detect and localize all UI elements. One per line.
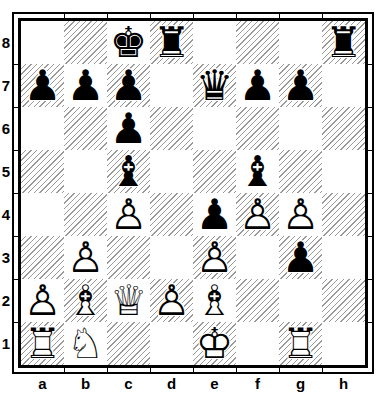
square-c8[interactable]: ♚♚ [107,21,150,64]
square-g7[interactable]: ♟♟ [279,64,322,107]
rank-label-5: 5 [0,150,12,193]
piece-glyph: ♗ [193,279,236,322]
square-g8[interactable] [279,21,322,64]
piece-glyph: ♟ [279,64,322,107]
square-g1[interactable]: ♜♖ [279,322,322,365]
rank-label-3: 3 [0,236,12,279]
piece-bp[interactable]: ♟♟ [64,64,107,107]
piece-glyph: ♜ [150,21,193,64]
piece-wr[interactable]: ♜♖ [21,322,64,365]
border-tick [236,12,237,18]
piece-wp[interactable]: ♟♙ [193,236,236,279]
border-tick [12,279,18,280]
piece-glyph: ♖ [279,322,322,365]
square-h3[interactable] [322,236,365,279]
piece-wp[interactable]: ♟♙ [64,236,107,279]
square-f3[interactable] [236,236,279,279]
square-c4[interactable]: ♟♙ [107,193,150,236]
border-tick [368,236,374,237]
piece-glyph: ♛ [193,64,236,107]
piece-wp[interactable]: ♟♙ [107,193,150,236]
border-tick [193,12,194,18]
square-g6[interactable] [279,107,322,150]
piece-bp[interactable]: ♟♟ [279,236,322,279]
piece-wn[interactable]: ♞♘ [64,322,107,365]
square-d7[interactable] [150,64,193,107]
border-tick [368,279,374,280]
square-f7[interactable]: ♟♟ [236,64,279,107]
piece-wp[interactable]: ♟♙ [21,279,64,322]
square-e6[interactable] [193,107,236,150]
square-f2[interactable] [236,279,279,322]
square-a5[interactable] [21,150,64,193]
piece-bq[interactable]: ♛♛ [193,64,236,107]
piece-glyph: ♚ [107,21,150,64]
border-tick [150,12,151,18]
border-tick [279,12,280,18]
piece-glyph: ♟ [107,107,150,150]
square-f8[interactable] [236,21,279,64]
file-labels: abcdefgh [21,374,365,394]
piece-wq[interactable]: ♛♕ [107,279,150,322]
piece-wp[interactable]: ♟♙ [236,193,279,236]
square-b1[interactable]: ♞♘ [64,322,107,365]
piece-glyph: ♙ [236,193,279,236]
piece-bp[interactable]: ♟♟ [236,64,279,107]
file-label-g: g [279,374,322,394]
square-g4[interactable]: ♟♙ [279,193,322,236]
square-f6[interactable] [236,107,279,150]
square-b4[interactable] [64,193,107,236]
square-c2[interactable]: ♛♕ [107,279,150,322]
piece-glyph: ♔ [193,322,236,365]
border-tick [12,107,18,108]
square-b7[interactable]: ♟♟ [64,64,107,107]
piece-bp[interactable]: ♟♟ [107,64,150,107]
piece-wr[interactable]: ♜♖ [279,322,322,365]
file-label-b: b [64,374,107,394]
square-h6[interactable] [322,107,365,150]
square-e1[interactable]: ♚♔ [193,322,236,365]
border-tick [368,193,374,194]
border-tick [322,12,323,18]
piece-wp[interactable]: ♟♙ [279,193,322,236]
rank-label-8: 8 [0,21,12,64]
rank-label-6: 6 [0,107,12,150]
rank-labels: 87654321 [0,21,12,365]
square-a1[interactable]: ♜♖ [21,322,64,365]
square-d3[interactable] [150,236,193,279]
border-tick [12,64,18,65]
piece-glyph: ♟ [107,64,150,107]
file-label-h: h [322,374,365,394]
piece-wb[interactable]: ♝♗ [193,279,236,322]
piece-bp[interactable]: ♟♟ [193,193,236,236]
square-f5[interactable]: ♝♝ [236,150,279,193]
file-label-e: e [193,374,236,394]
piece-bk[interactable]: ♚♚ [107,21,150,64]
piece-glyph: ♝ [236,150,279,193]
square-c7[interactable]: ♟♟ [107,64,150,107]
piece-glyph: ♙ [64,236,107,279]
border-tick [368,150,374,151]
square-d8[interactable]: ♜♜ [150,21,193,64]
piece-glyph: ♕ [107,279,150,322]
piece-wb[interactable]: ♝♗ [64,279,107,322]
square-b2[interactable]: ♝♗ [64,279,107,322]
square-e2[interactable]: ♝♗ [193,279,236,322]
square-f1[interactable] [236,322,279,365]
square-d5[interactable] [150,150,193,193]
square-h8[interactable]: ♜♜ [322,21,365,64]
border-tick [107,12,108,18]
piece-glyph: ♗ [64,279,107,322]
piece-glyph: ♟ [279,236,322,279]
piece-glyph: ♖ [21,322,64,365]
square-h2[interactable] [322,279,365,322]
piece-glyph: ♝ [107,150,150,193]
square-h5[interactable] [322,150,365,193]
piece-glyph: ♟ [193,193,236,236]
rank-label-7: 7 [0,64,12,107]
square-d2[interactable]: ♟♙ [150,279,193,322]
square-a4[interactable] [21,193,64,236]
square-b5[interactable] [64,150,107,193]
piece-wk[interactable]: ♚♔ [193,322,236,365]
piece-bp[interactable]: ♟♟ [279,64,322,107]
piece-bp[interactable]: ♟♟ [21,64,64,107]
board-grid: ♚♚♜♜♜♜♟♟♟♟♟♟♛♛♟♟♟♟♟♟♝♝♝♝♟♙♟♟♟♙♟♙♟♙♟♙♟♟♟♙… [18,18,368,368]
border-tick [12,236,18,237]
square-e4[interactable]: ♟♟ [193,193,236,236]
square-a3[interactable] [21,236,64,279]
piece-glyph: ♟ [64,64,107,107]
piece-wp[interactable]: ♟♙ [150,279,193,322]
square-c5[interactable]: ♝♝ [107,150,150,193]
square-f4[interactable]: ♟♙ [236,193,279,236]
file-label-c: c [107,374,150,394]
square-c3[interactable] [107,236,150,279]
square-c6[interactable]: ♟♟ [107,107,150,150]
square-e8[interactable] [193,21,236,64]
file-label-a: a [21,374,64,394]
border-tick [368,322,374,323]
piece-bp[interactable]: ♟♟ [107,107,150,150]
file-label-f: f [236,374,279,394]
square-a6[interactable] [21,107,64,150]
border-tick [368,64,374,65]
square-h1[interactable] [322,322,365,365]
piece-glyph: ♙ [279,193,322,236]
rank-label-4: 4 [0,193,12,236]
piece-glyph: ♜ [322,21,365,64]
piece-glyph: ♟ [21,64,64,107]
square-e3[interactable]: ♟♙ [193,236,236,279]
square-d6[interactable] [150,107,193,150]
piece-glyph: ♟ [236,64,279,107]
piece-glyph: ♙ [193,236,236,279]
rank-label-1: 1 [0,322,12,365]
board-frame: ♚♚♜♜♜♜♟♟♟♟♟♟♛♛♟♟♟♟♟♟♝♝♝♝♟♙♟♟♟♙♟♙♟♙♟♙♟♟♟♙… [12,12,374,374]
square-a8[interactable] [21,21,64,64]
square-b8[interactable] [64,21,107,64]
piece-br[interactable]: ♜♜ [322,21,365,64]
square-h4[interactable] [322,193,365,236]
border-tick [64,12,65,18]
border-tick [368,107,374,108]
border-tick [12,322,18,323]
square-e5[interactable] [193,150,236,193]
border-tick [12,193,18,194]
square-d1[interactable] [150,322,193,365]
rank-label-2: 2 [0,279,12,322]
square-c1[interactable] [107,322,150,365]
piece-glyph: ♘ [64,322,107,365]
piece-bb[interactable]: ♝♝ [107,150,150,193]
border-tick [12,150,18,151]
piece-glyph: ♙ [150,279,193,322]
piece-bb[interactable]: ♝♝ [236,150,279,193]
square-a2[interactable]: ♟♙ [21,279,64,322]
square-g5[interactable] [279,150,322,193]
square-g2[interactable] [279,279,322,322]
piece-glyph: ♙ [21,279,64,322]
square-g3[interactable]: ♟♟ [279,236,322,279]
square-b6[interactable] [64,107,107,150]
square-h7[interactable] [322,64,365,107]
piece-br[interactable]: ♜♜ [150,21,193,64]
square-d4[interactable] [150,193,193,236]
file-label-d: d [150,374,193,394]
square-a7[interactable]: ♟♟ [21,64,64,107]
piece-glyph: ♙ [107,193,150,236]
square-e7[interactable]: ♛♛ [193,64,236,107]
square-b3[interactable]: ♟♙ [64,236,107,279]
